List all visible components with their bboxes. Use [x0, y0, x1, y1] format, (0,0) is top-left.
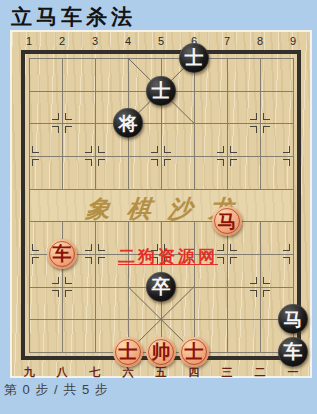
piece-black-advisor-a[interactable]: 士 — [179, 43, 209, 73]
piece-black-horse[interactable]: 马 — [278, 304, 308, 334]
piece-red-advisor-a[interactable]: 士 — [113, 337, 143, 367]
piece-red-chariot[interactable]: 车 — [47, 239, 77, 269]
piece-black-soldier[interactable]: 卒 — [146, 272, 176, 302]
status-bar: 第 0 步 / 共 5 步 — [4, 380, 314, 398]
pieces-layer: 士士将马车卒马士帅士车 — [13, 42, 310, 369]
page-title: 立马车杀法 — [11, 3, 136, 31]
piece-black-general[interactable]: 将 — [113, 108, 143, 138]
move-status-text: 第 0 步 / 共 5 步 — [4, 382, 109, 397]
board-panel: 123456789 九八七六五四三二一 象棋沙龙 士士将马车卒马士帅士车 二狗资… — [10, 30, 312, 378]
piece-red-advisor-b[interactable]: 士 — [179, 337, 209, 367]
piece-black-advisor-b[interactable]: 士 — [146, 76, 176, 106]
piece-red-horse[interactable]: 马 — [212, 206, 242, 236]
overlay-watermark-text: 二狗资源网 — [118, 245, 218, 268]
piece-black-chariot[interactable]: 车 — [278, 337, 308, 367]
piece-red-king[interactable]: 帅 — [146, 337, 176, 367]
